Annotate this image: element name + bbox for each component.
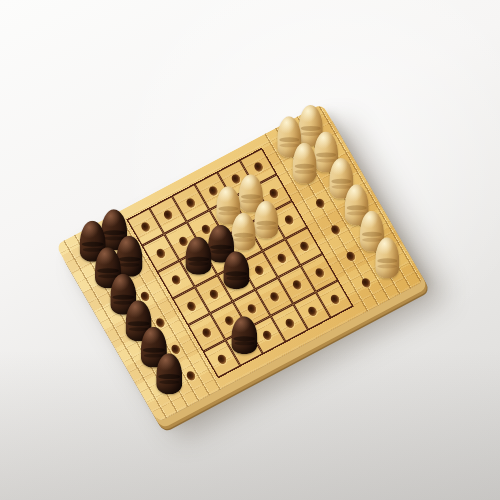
- dark-peg[interactable]: [231, 316, 257, 354]
- dark-peg[interactable]: [185, 237, 211, 275]
- light-peg[interactable]: [232, 213, 256, 251]
- rack-cell[interactable]: [151, 368, 188, 406]
- dark-peg[interactable]: [156, 353, 182, 394]
- photo-backdrop: [0, 0, 500, 500]
- light-peg[interactable]: [254, 201, 278, 239]
- dark-peg[interactable]: [223, 251, 249, 289]
- light-peg[interactable]: [293, 143, 317, 184]
- light-peg[interactable]: [375, 237, 399, 278]
